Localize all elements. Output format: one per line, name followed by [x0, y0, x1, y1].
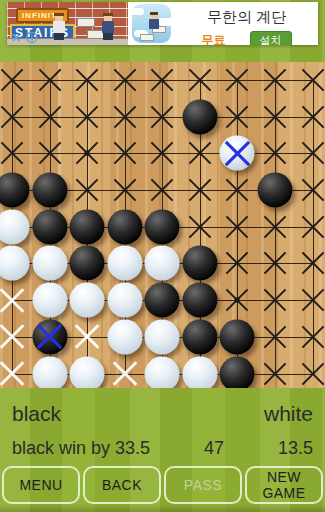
white-player-label: white	[264, 402, 313, 426]
black-stone[interactable]	[0, 173, 30, 208]
white-stone[interactable]	[32, 356, 67, 388]
go-board[interactable]	[0, 62, 325, 388]
dead-white-stone[interactable]	[220, 136, 255, 171]
white-stone[interactable]	[107, 283, 142, 318]
black-territory-mark	[299, 213, 325, 241]
white-stone[interactable]	[70, 283, 105, 318]
white-territory-mark	[110, 359, 140, 389]
white-stone[interactable]	[32, 283, 67, 318]
black-stone[interactable]	[145, 209, 180, 244]
black-territory-mark	[186, 66, 214, 94]
dead-stone-mark	[222, 138, 253, 169]
black-stone[interactable]	[70, 246, 105, 281]
black-stone[interactable]	[182, 283, 217, 318]
menu-button[interactable]: MENU	[2, 466, 80, 504]
result-text: black win by 33.5	[12, 438, 150, 459]
black-territory-mark	[36, 66, 64, 94]
black-territory-mark	[261, 213, 289, 241]
ad-price-label: 무료	[202, 32, 226, 45]
white-territory-mark	[0, 359, 27, 389]
black-territory-mark	[148, 176, 176, 204]
cloud-shape	[158, 18, 171, 26]
black-territory-mark	[223, 213, 251, 241]
black-territory-mark	[261, 286, 289, 314]
black-territory-mark	[36, 103, 64, 131]
players-row: black white	[12, 402, 313, 426]
white-stone[interactable]	[32, 246, 67, 281]
black-territory-mark	[111, 103, 139, 131]
pixel-stair-block	[77, 18, 95, 27]
black-territory-mark	[223, 286, 251, 314]
black-territory-mark	[299, 103, 325, 131]
black-territory-mark	[186, 213, 214, 241]
white-stone[interactable]	[70, 356, 105, 388]
white-territory-mark	[0, 322, 27, 352]
black-territory-mark	[186, 139, 214, 167]
ad-character	[102, 13, 114, 40]
white-score: 13.5	[278, 438, 313, 459]
black-territory-mark	[36, 139, 64, 167]
white-stone[interactable]	[145, 246, 180, 281]
black-territory-mark	[73, 103, 101, 131]
black-territory-mark	[299, 323, 325, 351]
new-game-button[interactable]: NEW GAME	[245, 466, 323, 504]
black-player-label: black	[12, 402, 61, 426]
black-stone[interactable]	[182, 246, 217, 281]
black-territory-mark	[299, 249, 325, 277]
black-stone[interactable]	[145, 283, 180, 318]
black-stone[interactable]	[32, 173, 67, 208]
black-territory-mark	[223, 249, 251, 277]
black-territory-mark	[261, 139, 289, 167]
black-territory-mark	[0, 139, 26, 167]
black-territory-mark	[299, 66, 325, 94]
black-stone[interactable]	[182, 319, 217, 354]
black-territory-mark	[223, 103, 251, 131]
black-stone[interactable]	[107, 209, 142, 244]
black-territory-mark	[111, 176, 139, 204]
pass-button[interactable]: PASS	[164, 466, 242, 504]
white-stone[interactable]	[107, 246, 142, 281]
bottom-shade	[0, 504, 325, 512]
black-territory-mark	[186, 176, 214, 204]
black-territory-mark	[73, 66, 101, 94]
black-territory-mark	[0, 103, 26, 131]
ad-icon-character	[149, 12, 159, 29]
black-score: 47	[204, 438, 224, 459]
black-territory-mark	[299, 139, 325, 167]
black-stone[interactable]	[220, 356, 255, 388]
ad-info-icon[interactable]: ⓘ	[26, 32, 38, 44]
ad-screenshot: INFINITE STAIRS ✕ ⓘ	[7, 2, 128, 45]
black-territory-mark	[148, 66, 176, 94]
black-territory-mark	[261, 103, 289, 131]
black-territory-mark	[111, 139, 139, 167]
ad-banner[interactable]: INFINITE STAIRS ✕ ⓘ	[7, 2, 318, 45]
dead-stone-mark	[34, 321, 65, 352]
white-territory-mark	[72, 322, 102, 352]
white-stone[interactable]	[182, 356, 217, 388]
black-stone[interactable]	[182, 99, 217, 134]
white-stone[interactable]	[0, 209, 30, 244]
black-stone[interactable]	[220, 319, 255, 354]
white-stone[interactable]	[145, 319, 180, 354]
black-territory-mark	[299, 286, 325, 314]
cloud-shape	[132, 8, 144, 15]
black-stone[interactable]	[70, 209, 105, 244]
ad-title: 무한의 계단	[175, 8, 318, 27]
black-territory-mark	[73, 176, 101, 204]
black-territory-mark	[261, 323, 289, 351]
black-territory-mark	[261, 249, 289, 277]
black-territory-mark	[223, 176, 251, 204]
scores-row: black win by 33.5 47 13.5	[12, 438, 313, 459]
black-territory-mark	[148, 103, 176, 131]
black-stone[interactable]	[32, 209, 67, 244]
white-stone[interactable]	[107, 319, 142, 354]
white-territory-mark	[0, 285, 27, 315]
black-stone[interactable]	[257, 173, 292, 208]
control-bar: MENU BACK PASS NEW GAME	[2, 466, 323, 504]
ad-app-icon[interactable]	[132, 4, 171, 43]
black-territory-mark	[111, 66, 139, 94]
ad-text-block: 무한의 계단 무료 설치	[175, 2, 318, 45]
white-stone[interactable]	[145, 356, 180, 388]
back-button[interactable]: BACK	[83, 466, 161, 504]
black-territory-mark	[0, 66, 26, 94]
ad-install-button[interactable]: 설치	[250, 31, 292, 45]
pixel-stair-block	[140, 34, 154, 41]
ad-close-icon[interactable]: ✕	[11, 32, 21, 44]
white-stone[interactable]	[0, 246, 30, 281]
black-territory-mark	[299, 360, 325, 388]
black-territory-mark	[73, 139, 101, 167]
black-territory-mark	[261, 360, 289, 388]
app-root: INFINITE STAIRS ✕ ⓘ	[0, 0, 325, 512]
black-territory-mark	[261, 66, 289, 94]
dead-black-stone[interactable]	[32, 319, 67, 354]
ad-character	[53, 13, 65, 40]
black-territory-mark	[223, 66, 251, 94]
black-territory-mark	[148, 139, 176, 167]
black-territory-mark	[299, 176, 325, 204]
